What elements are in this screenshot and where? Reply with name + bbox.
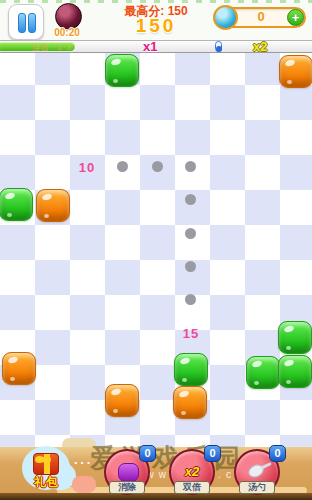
pause-button[interactable] bbox=[8, 4, 44, 40]
gift-dots: ··· bbox=[74, 455, 93, 470]
double-label: 双倍 bbox=[174, 481, 210, 494]
x1-marker: x1 bbox=[143, 39, 157, 54]
green-jelly[interactable] bbox=[0, 188, 33, 221]
spoon-label: 汤勺 bbox=[239, 481, 275, 494]
add-gems-button[interactable]: + bbox=[287, 9, 304, 26]
x2-marker: x2 bbox=[253, 39, 267, 54]
orange-jelly[interactable] bbox=[173, 386, 207, 419]
score-step-label: 15 bbox=[183, 326, 199, 341]
combo-text: 连击 ·1·3 bbox=[32, 42, 71, 53]
gift-icon bbox=[33, 453, 59, 475]
purple-jelly-icon bbox=[118, 463, 139, 482]
multiplier-progress-bar: 连击 ·1·3 x1 x2 bbox=[0, 40, 312, 53]
eliminate-label: 消除 bbox=[109, 481, 145, 494]
thermometer-icon bbox=[215, 41, 222, 52]
path-dot bbox=[117, 161, 128, 172]
spoon-icon bbox=[246, 462, 266, 480]
path-dot bbox=[185, 194, 196, 205]
double-count-badge: 0 bbox=[204, 445, 221, 462]
gift-pack-button[interactable]: ··· 礼包 bbox=[18, 443, 108, 498]
orange-jelly[interactable] bbox=[279, 55, 312, 88]
green-jelly[interactable] bbox=[278, 355, 312, 388]
green-jelly[interactable] bbox=[246, 356, 280, 389]
game-board: 1015 bbox=[0, 50, 312, 447]
path-dot bbox=[185, 294, 196, 305]
speech-bubble bbox=[72, 476, 96, 493]
path-dot bbox=[152, 161, 163, 172]
eliminate-count-badge: 0 bbox=[139, 445, 156, 462]
path-dot bbox=[185, 261, 196, 272]
green-jelly[interactable] bbox=[278, 321, 312, 354]
current-score: 150 bbox=[95, 15, 217, 37]
bomb-timer-icon bbox=[55, 3, 82, 30]
orange-jelly[interactable] bbox=[2, 352, 36, 385]
green-jelly[interactable] bbox=[105, 54, 139, 87]
x2-icon: x2 bbox=[171, 464, 213, 479]
gift-label: 礼包 bbox=[24, 474, 68, 491]
game-screen: 1015 爱游戏乐园 www.qra2.com ··· 礼包 x2 0 0 0 … bbox=[0, 0, 312, 500]
timer-value: 00:20 bbox=[42, 27, 92, 38]
orange-jelly[interactable] bbox=[36, 189, 70, 222]
pause-icon bbox=[18, 13, 26, 33]
orange-jelly[interactable] bbox=[105, 384, 139, 417]
gem-icon bbox=[213, 5, 238, 30]
path-dot bbox=[185, 161, 196, 172]
gem-count: 0 bbox=[242, 9, 280, 24]
path-dot bbox=[185, 228, 196, 239]
green-jelly[interactable] bbox=[174, 353, 208, 386]
spoon-count-badge: 0 bbox=[269, 445, 286, 462]
score-step-label: 10 bbox=[79, 160, 95, 175]
